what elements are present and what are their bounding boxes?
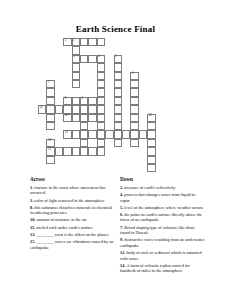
grid-cell[interactable] (88, 55, 96, 63)
clue-number: 1. (30, 185, 34, 190)
clue-item: 14. A form of volcanic tephra carried fo… (120, 263, 206, 274)
grid-cell[interactable] (130, 105, 138, 113)
grid-cell[interactable] (72, 105, 80, 113)
grid-cell[interactable]: 13 (63, 130, 71, 138)
grid-cell[interactable] (97, 72, 105, 80)
grid-cell[interactable] (147, 139, 155, 147)
grid-cell[interactable] (97, 80, 105, 88)
grid-cell[interactable] (147, 164, 155, 172)
grid-cell[interactable] (114, 97, 122, 105)
cell-number: 15 (48, 148, 51, 151)
grid-cell[interactable] (72, 80, 80, 88)
clue-item: 2. measure of earth's reflectivity (120, 185, 206, 191)
cell-number: 4 (98, 55, 100, 58)
grid-cell[interactable] (114, 130, 122, 138)
grid-cell[interactable] (114, 63, 122, 71)
clue-number: 8. (30, 205, 34, 210)
cell-number: 2 (73, 39, 75, 42)
grid-cell[interactable] (97, 114, 105, 122)
grid-cell[interactable] (88, 147, 96, 155)
down-clue-list: 2. measure of earth's reflectivity4. pro… (120, 185, 206, 274)
grid-cell[interactable] (80, 122, 88, 130)
cell-number: 5 (115, 55, 117, 58)
grid-cell[interactable] (130, 97, 138, 105)
grid-cell[interactable] (122, 130, 130, 138)
grid-cell[interactable] (114, 80, 122, 88)
grid-cell[interactable] (147, 147, 155, 155)
grid-cell[interactable] (130, 114, 138, 122)
cell-number: 10 (40, 106, 43, 109)
clue-number: 13. (30, 232, 36, 237)
clue-item: 15. ________ waves are vibrations caused… (30, 239, 116, 250)
grid-cell[interactable] (46, 114, 54, 122)
grid-cell[interactable] (63, 147, 71, 155)
clue-item: 11. melted rock under earth's surface (30, 225, 116, 231)
cell-number: 7 (48, 81, 50, 84)
cell-number: 12 (149, 114, 152, 117)
grid-cell[interactable] (97, 139, 105, 147)
grid-cell[interactable] (72, 114, 80, 122)
grid-cell[interactable]: 6 (130, 72, 138, 80)
grid-cell[interactable] (72, 72, 80, 80)
grid-cell[interactable]: 3 (72, 55, 80, 63)
grid-cell[interactable] (88, 114, 96, 122)
grid-cell[interactable] (55, 147, 63, 155)
grid-cell[interactable] (130, 80, 138, 88)
grid-cell[interactable] (72, 46, 80, 54)
clue-number: 9. (120, 237, 124, 242)
grid-cell[interactable] (46, 156, 54, 164)
clue-item: 4. process that changes water from liqui… (120, 192, 206, 203)
grid-cell[interactable] (72, 97, 80, 105)
grid-cell[interactable]: 15 (46, 147, 54, 155)
grid-cell[interactable]: 9 (80, 97, 88, 105)
down-header: Down (120, 176, 206, 183)
grid-cell[interactable] (97, 88, 105, 96)
clue-item: 7. Broad sloping type of volcano; like t… (120, 225, 206, 236)
grid-cell[interactable]: 14 (46, 139, 54, 147)
grid-cell[interactable] (88, 97, 96, 105)
cell-number: 9 (82, 97, 84, 100)
clue-item: 12. body of rock or sediment which is sa… (120, 250, 206, 261)
cell-number: 11 (65, 114, 68, 117)
grid-cell[interactable]: 1 (63, 38, 71, 46)
across-clue-list: 1. fracture in the crust where movement … (30, 185, 116, 250)
cell-number: 6 (132, 72, 134, 75)
grid-cell[interactable]: 7 (46, 80, 54, 88)
grid-cell[interactable] (147, 130, 155, 138)
grid-cell[interactable]: 11 (63, 114, 71, 122)
grid-cell[interactable] (46, 97, 54, 105)
grid-cell[interactable] (80, 105, 88, 113)
grid-cell[interactable] (80, 139, 88, 147)
grid-cell[interactable]: 12 (147, 114, 155, 122)
grid-cell[interactable] (55, 105, 63, 113)
grid-cell[interactable] (88, 130, 96, 138)
grid-cell[interactable] (80, 38, 88, 46)
grid-cell[interactable] (80, 130, 88, 138)
grid-cell[interactable]: 8 (63, 97, 71, 105)
grid-cell[interactable] (46, 88, 54, 96)
across-clues-section: Across 1. fracture in the crust where mo… (30, 176, 116, 252)
clue-number: 6. (120, 212, 124, 217)
grid-cell[interactable] (88, 105, 96, 113)
clue-item: 3. color of light scattered in the atmos… (30, 198, 116, 204)
grid-cell[interactable] (139, 130, 147, 138)
grid-cell[interactable] (114, 88, 122, 96)
grid-cell[interactable] (97, 105, 105, 113)
clue-number: 12. (120, 250, 126, 255)
cell-number: 3 (73, 55, 75, 58)
grid-cell[interactable] (114, 114, 122, 122)
cell-number: 13 (65, 131, 68, 134)
grid-cell[interactable] (105, 130, 113, 138)
clue-item: 9. destructive wave resulting from an un… (120, 237, 206, 248)
clue-number: 14. (120, 263, 126, 268)
crossword-grid: 123489101113155671214 (38, 38, 190, 173)
grid-cell[interactable] (88, 38, 96, 46)
clue-item: 1. fracture in the crust where movement … (30, 185, 116, 196)
grid-cell[interactable] (114, 105, 122, 113)
grid-cell[interactable] (80, 55, 88, 63)
clue-item: 13. ________ crust is the oldest on the … (30, 232, 116, 238)
grid-cell[interactable] (114, 72, 122, 80)
clue-number: 7. (120, 225, 124, 230)
grid-cell[interactable] (147, 156, 155, 164)
clue-item: 10. amount of moisture in the air (30, 217, 116, 223)
puzzle-title: Earth Science Final (0, 24, 231, 34)
grid-cell[interactable] (130, 122, 138, 130)
grid-cell[interactable] (114, 139, 122, 147)
grid-cell[interactable] (130, 130, 138, 138)
grid-cell[interactable] (72, 147, 80, 155)
worksheet-page: Earth Science Final 12348910111315567121… (0, 0, 231, 300)
clue-item: 5. level of the atmosphere where weather… (120, 205, 206, 211)
grid-cell[interactable] (147, 122, 155, 130)
clue-number: 11. (30, 225, 36, 230)
cell-number: 8 (65, 97, 67, 100)
grid-cell[interactable] (46, 105, 54, 113)
grid-cell[interactable]: 2 (72, 38, 80, 46)
grid-cell[interactable]: 4 (97, 55, 105, 63)
clue-number: 4. (120, 192, 124, 197)
clue-number: 15. (30, 239, 36, 244)
grid-cell[interactable] (97, 147, 105, 155)
grid-cell[interactable] (97, 130, 105, 138)
grid-cell[interactable] (46, 122, 54, 130)
grid-cell[interactable] (97, 63, 105, 71)
grid-cell[interactable]: 10 (38, 105, 46, 113)
grid-cell[interactable] (80, 147, 88, 155)
grid-cell[interactable] (114, 122, 122, 130)
clue-item: 6. the point on earth's surface directly… (120, 212, 206, 223)
clue-item: 8. this substance dissolves minerals in … (30, 205, 116, 216)
down-clues-section: Down 2. measure of earth's reflectivity4… (120, 176, 206, 276)
grid-cell[interactable] (80, 114, 88, 122)
grid-cell[interactable]: 5 (114, 55, 122, 63)
grid-cell[interactable] (97, 122, 105, 130)
grid-cell[interactable] (97, 38, 105, 46)
grid-cell[interactable] (130, 88, 138, 96)
clue-number: 10. (30, 217, 36, 222)
grid-cell[interactable] (97, 97, 105, 105)
grid-cell[interactable] (72, 63, 80, 71)
cell-number: 1 (65, 39, 67, 42)
clue-number: 2. (120, 185, 124, 190)
across-header: Across (30, 176, 116, 183)
cell-number: 14 (48, 139, 51, 142)
grid-cell[interactable] (72, 130, 80, 138)
clue-number: 5. (120, 205, 124, 210)
clue-number: 3. (30, 198, 34, 203)
grid-cell[interactable] (130, 139, 138, 147)
